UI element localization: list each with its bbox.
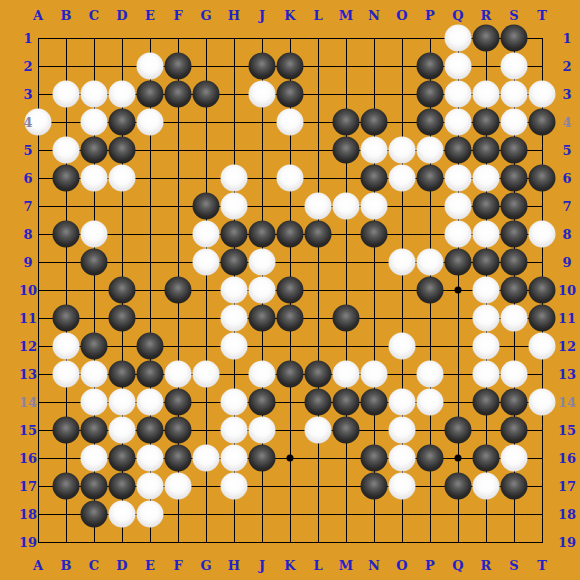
row-label-right-5: 5 xyxy=(562,144,571,157)
stone-white-F17 xyxy=(165,473,192,500)
stone-black-F14 xyxy=(165,389,192,416)
col-label-bottom-M: M xyxy=(339,559,353,572)
col-label-top-B: B xyxy=(61,9,72,22)
stone-black-B6 xyxy=(53,165,80,192)
stone-white-S2 xyxy=(501,53,528,80)
stone-white-R8 xyxy=(473,221,500,248)
stone-white-Q1 xyxy=(445,25,472,52)
row-label-right-16: 16 xyxy=(558,452,576,465)
stone-white-N5 xyxy=(361,137,388,164)
stone-white-R12 xyxy=(473,333,500,360)
col-label-top-H: H xyxy=(228,9,240,22)
stone-white-J13 xyxy=(249,361,276,388)
col-label-top-F: F xyxy=(173,9,182,22)
stone-white-O5 xyxy=(389,137,416,164)
stone-black-F3 xyxy=(165,81,192,108)
col-label-top-J: J xyxy=(259,9,265,22)
stone-black-F15 xyxy=(165,417,192,444)
col-label-top-M: M xyxy=(339,9,353,22)
stone-white-H14 xyxy=(221,389,248,416)
stone-black-C12 xyxy=(81,333,108,360)
row-label-right-17: 17 xyxy=(558,480,576,493)
row-label-right-8: 8 xyxy=(562,228,571,241)
stone-white-S16 xyxy=(501,445,528,472)
stone-black-J11 xyxy=(249,305,276,332)
col-label-bottom-B: B xyxy=(61,559,72,572)
star-point-Q16 xyxy=(455,455,462,462)
stone-white-H12 xyxy=(221,333,248,360)
stone-white-O14 xyxy=(389,389,416,416)
stone-white-R10 xyxy=(473,277,500,304)
stone-white-H7 xyxy=(221,193,248,220)
row-label-right-4: 4 xyxy=(562,116,571,129)
stone-black-J2 xyxy=(249,53,276,80)
stone-white-R6 xyxy=(473,165,500,192)
go-board[interactable]: AABBCCDDEEFFGGHHJJKKLLMMNNOOPPQQRRSSTT11… xyxy=(0,0,580,580)
row-label-left-7: 7 xyxy=(23,200,32,213)
stone-white-C14 xyxy=(81,389,108,416)
stone-black-D13 xyxy=(109,361,136,388)
stone-white-R3 xyxy=(473,81,500,108)
stone-white-Q6 xyxy=(445,165,472,192)
stone-white-D3 xyxy=(109,81,136,108)
stone-black-Q17 xyxy=(445,473,472,500)
stone-black-B8 xyxy=(53,221,80,248)
row-label-left-3: 3 xyxy=(23,88,32,101)
col-label-top-Q: Q xyxy=(452,9,463,22)
stone-white-S13 xyxy=(501,361,528,388)
row-label-left-5: 5 xyxy=(23,144,32,157)
row-label-left-13: 13 xyxy=(19,368,37,381)
stone-white-S3 xyxy=(501,81,528,108)
stone-white-T12 xyxy=(529,333,556,360)
row-label-right-18: 18 xyxy=(558,508,576,521)
stone-white-O17 xyxy=(389,473,416,500)
stone-black-H9 xyxy=(221,249,248,276)
stone-white-M13 xyxy=(333,361,360,388)
col-label-bottom-K: K xyxy=(284,559,295,572)
row-label-left-10: 10 xyxy=(19,284,37,297)
stone-black-D16 xyxy=(109,445,136,472)
col-label-bottom-C: C xyxy=(89,559,99,572)
stone-black-F16 xyxy=(165,445,192,472)
row-label-left-2: 2 xyxy=(23,60,32,73)
stone-black-S14 xyxy=(501,389,528,416)
stone-black-T10 xyxy=(529,277,556,304)
stone-white-G16 xyxy=(193,445,220,472)
stone-white-K6 xyxy=(277,165,304,192)
stone-black-D4 xyxy=(109,109,136,136)
stone-black-N4 xyxy=(361,109,388,136)
stone-white-B13 xyxy=(53,361,80,388)
col-label-top-C: C xyxy=(89,9,99,22)
col-label-top-P: P xyxy=(425,9,435,22)
stone-black-D17 xyxy=(109,473,136,500)
col-label-top-A: A xyxy=(33,9,43,22)
stone-black-S7 xyxy=(501,193,528,220)
stone-white-K4 xyxy=(277,109,304,136)
col-label-top-L: L xyxy=(313,9,322,22)
row-label-right-15: 15 xyxy=(558,424,576,437)
stone-white-G8 xyxy=(193,221,220,248)
stone-black-N16 xyxy=(361,445,388,472)
stone-white-B12 xyxy=(53,333,80,360)
stone-black-B15 xyxy=(53,417,80,444)
col-label-bottom-J: J xyxy=(259,559,265,572)
stone-black-H8 xyxy=(221,221,248,248)
col-label-top-S: S xyxy=(509,9,518,22)
row-label-left-11: 11 xyxy=(19,312,37,325)
stone-black-M15 xyxy=(333,417,360,444)
stone-black-G3 xyxy=(193,81,220,108)
stone-black-M5 xyxy=(333,137,360,164)
stone-black-J16 xyxy=(249,445,276,472)
row-label-left-4: 4 xyxy=(23,116,32,129)
stone-white-O9 xyxy=(389,249,416,276)
stone-black-Q9 xyxy=(445,249,472,276)
stone-white-G13 xyxy=(193,361,220,388)
stone-black-L8 xyxy=(305,221,332,248)
row-label-right-1: 1 xyxy=(562,32,571,45)
row-label-right-14: 14 xyxy=(558,396,576,409)
col-label-bottom-O: O xyxy=(396,559,407,572)
stone-white-O15 xyxy=(389,417,416,444)
stone-black-R16 xyxy=(473,445,500,472)
stone-white-H15 xyxy=(221,417,248,444)
row-label-right-9: 9 xyxy=(562,256,571,269)
row-label-right-19: 19 xyxy=(558,536,576,549)
stone-black-M14 xyxy=(333,389,360,416)
stone-black-S8 xyxy=(501,221,528,248)
row-label-left-8: 8 xyxy=(23,228,32,241)
stone-white-C13 xyxy=(81,361,108,388)
stone-black-K2 xyxy=(277,53,304,80)
stone-black-Q5 xyxy=(445,137,472,164)
stone-white-E18 xyxy=(137,501,164,528)
go-board-screenshot: AABBCCDDEEFFGGHHJJKKLLMMNNOOPPQQRRSSTT11… xyxy=(0,0,580,580)
stone-white-F13 xyxy=(165,361,192,388)
stone-black-D11 xyxy=(109,305,136,332)
stone-black-R5 xyxy=(473,137,500,164)
stone-white-R13 xyxy=(473,361,500,388)
row-label-right-2: 2 xyxy=(562,60,571,73)
stone-black-N17 xyxy=(361,473,388,500)
col-label-top-N: N xyxy=(368,9,380,22)
stone-white-D15 xyxy=(109,417,136,444)
stone-white-O6 xyxy=(389,165,416,192)
stone-white-R17 xyxy=(473,473,500,500)
stone-black-C18 xyxy=(81,501,108,528)
stone-white-E4 xyxy=(137,109,164,136)
row-label-left-9: 9 xyxy=(23,256,32,269)
stone-black-S1 xyxy=(501,25,528,52)
stone-white-T8 xyxy=(529,221,556,248)
stone-white-O16 xyxy=(389,445,416,472)
stone-black-P3 xyxy=(417,81,444,108)
col-label-bottom-G: G xyxy=(200,559,211,572)
stone-black-F2 xyxy=(165,53,192,80)
row-label-left-18: 18 xyxy=(19,508,37,521)
col-label-top-G: G xyxy=(200,9,211,22)
stone-white-L15 xyxy=(305,417,332,444)
stone-white-S11 xyxy=(501,305,528,332)
stone-white-B5 xyxy=(53,137,80,164)
stone-black-P4 xyxy=(417,109,444,136)
stone-white-D18 xyxy=(109,501,136,528)
stone-black-P2 xyxy=(417,53,444,80)
stone-black-R7 xyxy=(473,193,500,220)
stone-white-M7 xyxy=(333,193,360,220)
stone-black-T4 xyxy=(529,109,556,136)
stone-white-C4 xyxy=(81,109,108,136)
star-point-K16 xyxy=(287,455,294,462)
stone-black-J14 xyxy=(249,389,276,416)
stone-white-H6 xyxy=(221,165,248,192)
stone-black-B17 xyxy=(53,473,80,500)
row-label-left-6: 6 xyxy=(23,172,32,185)
stone-black-J8 xyxy=(249,221,276,248)
stone-white-N13 xyxy=(361,361,388,388)
stone-black-B11 xyxy=(53,305,80,332)
stone-black-L13 xyxy=(305,361,332,388)
stone-white-P9 xyxy=(417,249,444,276)
stone-white-B3 xyxy=(53,81,80,108)
stone-black-N8 xyxy=(361,221,388,248)
stone-black-K13 xyxy=(277,361,304,388)
col-label-bottom-S: S xyxy=(509,559,518,572)
row-label-right-3: 3 xyxy=(562,88,571,101)
stone-black-K10 xyxy=(277,277,304,304)
stone-black-K8 xyxy=(277,221,304,248)
col-label-top-K: K xyxy=(284,9,295,22)
col-label-bottom-F: F xyxy=(173,559,182,572)
row-label-left-19: 19 xyxy=(19,536,37,549)
col-label-top-T: T xyxy=(537,9,547,22)
stone-black-E3 xyxy=(137,81,164,108)
stone-black-L14 xyxy=(305,389,332,416)
stone-black-T11 xyxy=(529,305,556,332)
stone-white-C6 xyxy=(81,165,108,192)
stone-black-K3 xyxy=(277,81,304,108)
stone-black-C15 xyxy=(81,417,108,444)
stone-black-R4 xyxy=(473,109,500,136)
row-label-right-7: 7 xyxy=(562,200,571,213)
stone-white-J9 xyxy=(249,249,276,276)
col-label-bottom-Q: Q xyxy=(452,559,463,572)
stone-black-S9 xyxy=(501,249,528,276)
stone-white-H17 xyxy=(221,473,248,500)
stone-white-J15 xyxy=(249,417,276,444)
col-label-top-R: R xyxy=(481,9,492,22)
stone-white-J10 xyxy=(249,277,276,304)
stone-black-C5 xyxy=(81,137,108,164)
stone-white-H11 xyxy=(221,305,248,332)
row-label-right-6: 6 xyxy=(562,172,571,185)
stone-black-S6 xyxy=(501,165,528,192)
stone-black-C17 xyxy=(81,473,108,500)
row-label-left-1: 1 xyxy=(23,32,32,45)
row-label-right-13: 13 xyxy=(558,368,576,381)
col-label-bottom-E: E xyxy=(145,559,155,572)
stone-white-D6 xyxy=(109,165,136,192)
stone-black-D10 xyxy=(109,277,136,304)
col-label-bottom-R: R xyxy=(481,559,492,572)
stone-black-R14 xyxy=(473,389,500,416)
stone-black-T6 xyxy=(529,165,556,192)
stone-white-E17 xyxy=(137,473,164,500)
stone-white-T14 xyxy=(529,389,556,416)
stone-white-Q7 xyxy=(445,193,472,220)
stone-white-E16 xyxy=(137,445,164,472)
stone-black-S10 xyxy=(501,277,528,304)
stone-white-P14 xyxy=(417,389,444,416)
stone-white-C16 xyxy=(81,445,108,472)
stone-white-O12 xyxy=(389,333,416,360)
row-label-left-17: 17 xyxy=(19,480,37,493)
row-label-left-16: 16 xyxy=(19,452,37,465)
col-label-bottom-L: L xyxy=(313,559,322,572)
stone-white-P13 xyxy=(417,361,444,388)
stone-black-S5 xyxy=(501,137,528,164)
stone-white-G9 xyxy=(193,249,220,276)
stone-white-R11 xyxy=(473,305,500,332)
col-label-bottom-P: P xyxy=(425,559,435,572)
stone-black-C9 xyxy=(81,249,108,276)
stone-black-N14 xyxy=(361,389,388,416)
stone-white-T3 xyxy=(529,81,556,108)
stone-white-Q2 xyxy=(445,53,472,80)
stone-black-E13 xyxy=(137,361,164,388)
stone-black-E12 xyxy=(137,333,164,360)
stone-white-H10 xyxy=(221,277,248,304)
stone-black-M4 xyxy=(333,109,360,136)
col-label-top-E: E xyxy=(145,9,155,22)
stone-black-M11 xyxy=(333,305,360,332)
stone-black-G7 xyxy=(193,193,220,220)
col-label-top-D: D xyxy=(116,9,127,22)
col-label-bottom-A: A xyxy=(33,559,43,572)
col-label-bottom-T: T xyxy=(537,559,547,572)
stone-white-E2 xyxy=(137,53,164,80)
stone-white-L7 xyxy=(305,193,332,220)
stone-black-N6 xyxy=(361,165,388,192)
stone-white-Q8 xyxy=(445,221,472,248)
stone-black-D5 xyxy=(109,137,136,164)
stone-black-K11 xyxy=(277,305,304,332)
stone-white-S4 xyxy=(501,109,528,136)
stone-white-C3 xyxy=(81,81,108,108)
star-point-Q10 xyxy=(455,287,462,294)
row-label-left-15: 15 xyxy=(19,424,37,437)
col-label-bottom-N: N xyxy=(368,559,380,572)
stone-white-C8 xyxy=(81,221,108,248)
stone-black-P6 xyxy=(417,165,444,192)
stone-white-N7 xyxy=(361,193,388,220)
stone-black-S15 xyxy=(501,417,528,444)
stone-white-Q3 xyxy=(445,81,472,108)
row-label-left-14: 14 xyxy=(19,396,37,409)
stone-white-E14 xyxy=(137,389,164,416)
col-label-top-O: O xyxy=(396,9,407,22)
col-label-bottom-H: H xyxy=(228,559,240,572)
stone-black-E15 xyxy=(137,417,164,444)
stone-black-R1 xyxy=(473,25,500,52)
stone-white-Q4 xyxy=(445,109,472,136)
stone-black-R9 xyxy=(473,249,500,276)
stone-white-P5 xyxy=(417,137,444,164)
stone-black-S17 xyxy=(501,473,528,500)
row-label-right-10: 10 xyxy=(558,284,576,297)
stone-black-P10 xyxy=(417,277,444,304)
row-label-right-12: 12 xyxy=(558,340,576,353)
stone-white-H16 xyxy=(221,445,248,472)
stone-black-F10 xyxy=(165,277,192,304)
stone-black-P16 xyxy=(417,445,444,472)
row-label-left-12: 12 xyxy=(19,340,37,353)
stone-white-D14 xyxy=(109,389,136,416)
stone-black-Q15 xyxy=(445,417,472,444)
stone-white-J3 xyxy=(249,81,276,108)
col-label-bottom-D: D xyxy=(116,559,127,572)
row-label-right-11: 11 xyxy=(558,312,576,325)
